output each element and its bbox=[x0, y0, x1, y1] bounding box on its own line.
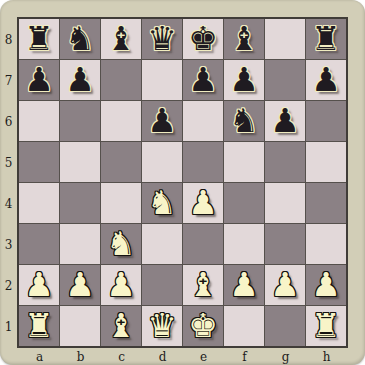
board-panel: 87654321 ♜♞♝♛♚♝♜♟♟♟♟♟♟♞♟♞♟♞♟♟♟♝♟♟♟♜♝♛♚♜ … bbox=[0, 0, 365, 365]
square-g8[interactable] bbox=[265, 19, 305, 59]
rank-label-3: 3 bbox=[0, 224, 17, 265]
square-b6[interactable] bbox=[60, 101, 100, 141]
square-d5[interactable] bbox=[142, 142, 182, 182]
square-g2[interactable]: ♟ bbox=[265, 265, 305, 305]
white-pawn-icon: ♟ bbox=[229, 268, 259, 301]
square-a6[interactable] bbox=[19, 101, 59, 141]
square-c3[interactable]: ♞ bbox=[101, 224, 141, 264]
square-g7[interactable] bbox=[265, 60, 305, 100]
square-c4[interactable] bbox=[101, 183, 141, 223]
black-rook-icon: ♜ bbox=[24, 22, 54, 55]
file-label-c: c bbox=[101, 349, 142, 365]
square-e2[interactable]: ♝ bbox=[183, 265, 223, 305]
rank-label-7: 7 bbox=[0, 60, 17, 101]
white-pawn-icon: ♟ bbox=[270, 268, 300, 301]
chess-board: ♜♞♝♛♚♝♜♟♟♟♟♟♟♞♟♞♟♞♟♟♟♝♟♟♟♜♝♛♚♜ bbox=[17, 17, 348, 348]
white-king-icon: ♚ bbox=[188, 309, 218, 342]
square-f2[interactable]: ♟ bbox=[224, 265, 264, 305]
rank-label-6: 6 bbox=[0, 101, 17, 142]
square-a4[interactable] bbox=[19, 183, 59, 223]
square-g5[interactable] bbox=[265, 142, 305, 182]
black-king-icon: ♚ bbox=[188, 22, 218, 55]
black-pawn-icon: ♟ bbox=[188, 63, 218, 96]
black-pawn-icon: ♟ bbox=[229, 63, 259, 96]
square-f7[interactable]: ♟ bbox=[224, 60, 264, 100]
square-h6[interactable] bbox=[306, 101, 346, 141]
square-b1[interactable] bbox=[60, 306, 100, 346]
square-d4[interactable]: ♞ bbox=[142, 183, 182, 223]
square-h5[interactable] bbox=[306, 142, 346, 182]
square-d2[interactable] bbox=[142, 265, 182, 305]
square-d6[interactable]: ♟ bbox=[142, 101, 182, 141]
square-e3[interactable] bbox=[183, 224, 223, 264]
square-f8[interactable]: ♝ bbox=[224, 19, 264, 59]
square-a3[interactable] bbox=[19, 224, 59, 264]
white-pawn-icon: ♟ bbox=[24, 268, 54, 301]
square-d1[interactable]: ♛ bbox=[142, 306, 182, 346]
square-h3[interactable] bbox=[306, 224, 346, 264]
square-b4[interactable] bbox=[60, 183, 100, 223]
black-pawn-icon: ♟ bbox=[147, 104, 177, 137]
black-queen-icon: ♛ bbox=[147, 22, 177, 55]
rank-label-5: 5 bbox=[0, 142, 17, 183]
white-pawn-icon: ♟ bbox=[106, 268, 136, 301]
white-pawn-icon: ♟ bbox=[311, 268, 341, 301]
square-g6[interactable]: ♟ bbox=[265, 101, 305, 141]
square-g3[interactable] bbox=[265, 224, 305, 264]
black-bishop-icon: ♝ bbox=[229, 22, 259, 55]
file-labels: abcdefgh bbox=[19, 349, 347, 365]
square-a1[interactable]: ♜ bbox=[19, 306, 59, 346]
white-pawn-icon: ♟ bbox=[188, 186, 218, 219]
square-h2[interactable]: ♟ bbox=[306, 265, 346, 305]
square-c7[interactable] bbox=[101, 60, 141, 100]
square-c1[interactable]: ♝ bbox=[101, 306, 141, 346]
black-pawn-icon: ♟ bbox=[270, 104, 300, 137]
file-label-h: h bbox=[306, 349, 347, 365]
square-a5[interactable] bbox=[19, 142, 59, 182]
black-knight-icon: ♞ bbox=[229, 104, 259, 137]
white-bishop-icon: ♝ bbox=[106, 309, 136, 342]
square-h7[interactable]: ♟ bbox=[306, 60, 346, 100]
square-g4[interactable] bbox=[265, 183, 305, 223]
rank-label-4: 4 bbox=[0, 183, 17, 224]
square-a8[interactable]: ♜ bbox=[19, 19, 59, 59]
square-a7[interactable]: ♟ bbox=[19, 60, 59, 100]
white-knight-icon: ♞ bbox=[147, 186, 177, 219]
square-b2[interactable]: ♟ bbox=[60, 265, 100, 305]
black-bishop-icon: ♝ bbox=[106, 22, 136, 55]
rank-label-8: 8 bbox=[0, 19, 17, 60]
square-d7[interactable] bbox=[142, 60, 182, 100]
square-c8[interactable]: ♝ bbox=[101, 19, 141, 59]
square-e7[interactable]: ♟ bbox=[183, 60, 223, 100]
square-f4[interactable] bbox=[224, 183, 264, 223]
file-label-f: f bbox=[224, 349, 265, 365]
file-label-d: d bbox=[142, 349, 183, 365]
file-label-a: a bbox=[19, 349, 60, 365]
white-rook-icon: ♜ bbox=[24, 309, 54, 342]
file-label-g: g bbox=[265, 349, 306, 365]
white-queen-icon: ♛ bbox=[147, 309, 177, 342]
square-b7[interactable]: ♟ bbox=[60, 60, 100, 100]
white-pawn-icon: ♟ bbox=[65, 268, 95, 301]
white-knight-icon: ♞ bbox=[106, 227, 136, 260]
black-knight-icon: ♞ bbox=[65, 22, 95, 55]
square-d3[interactable] bbox=[142, 224, 182, 264]
square-e1[interactable]: ♚ bbox=[183, 306, 223, 346]
square-e4[interactable]: ♟ bbox=[183, 183, 223, 223]
square-b3[interactable] bbox=[60, 224, 100, 264]
rank-labels: 87654321 bbox=[0, 19, 17, 347]
square-c2[interactable]: ♟ bbox=[101, 265, 141, 305]
rank-label-2: 2 bbox=[0, 265, 17, 306]
square-h1[interactable]: ♜ bbox=[306, 306, 346, 346]
square-e5[interactable] bbox=[183, 142, 223, 182]
square-e6[interactable] bbox=[183, 101, 223, 141]
square-f5[interactable] bbox=[224, 142, 264, 182]
square-f6[interactable]: ♞ bbox=[224, 101, 264, 141]
square-h4[interactable] bbox=[306, 183, 346, 223]
file-label-e: e bbox=[183, 349, 224, 365]
square-c5[interactable] bbox=[101, 142, 141, 182]
square-c6[interactable] bbox=[101, 101, 141, 141]
square-e8[interactable]: ♚ bbox=[183, 19, 223, 59]
black-rook-icon: ♜ bbox=[311, 22, 341, 55]
square-f3[interactable] bbox=[224, 224, 264, 264]
square-b5[interactable] bbox=[60, 142, 100, 182]
black-pawn-icon: ♟ bbox=[24, 63, 54, 96]
square-b8[interactable]: ♞ bbox=[60, 19, 100, 59]
white-bishop-icon: ♝ bbox=[188, 268, 218, 301]
square-d8[interactable]: ♛ bbox=[142, 19, 182, 59]
square-f1[interactable] bbox=[224, 306, 264, 346]
black-pawn-icon: ♟ bbox=[65, 63, 95, 96]
black-pawn-icon: ♟ bbox=[311, 63, 341, 96]
square-h8[interactable]: ♜ bbox=[306, 19, 346, 59]
square-a2[interactable]: ♟ bbox=[19, 265, 59, 305]
square-g1[interactable] bbox=[265, 306, 305, 346]
white-rook-icon: ♜ bbox=[311, 309, 341, 342]
rank-label-1: 1 bbox=[0, 306, 17, 347]
file-label-b: b bbox=[60, 349, 101, 365]
